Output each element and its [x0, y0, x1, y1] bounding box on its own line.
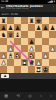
black-pawn-icon: ♟ [3, 74, 6, 79]
square-d2[interactable]: ♜ [21, 59, 28, 66]
square-h3[interactable] [49, 52, 56, 59]
square-g3[interactable]: ♟ [42, 52, 49, 59]
square-b1[interactable] [7, 66, 14, 73]
square-h6[interactable] [49, 31, 56, 38]
white-queen-piece[interactable]: ♛ [28, 59, 35, 66]
square-h1[interactable] [49, 66, 56, 73]
square-d5[interactable] [21, 38, 28, 45]
square-a4[interactable] [0, 45, 7, 52]
white-pawn-piece[interactable]: ♟ [35, 59, 42, 66]
square-f4[interactable] [35, 45, 42, 52]
square-a2[interactable]: ♟ [0, 59, 7, 66]
square-a5[interactable] [0, 38, 7, 45]
square-b6[interactable]: ♛ [7, 31, 14, 38]
app-bar: ← Intermediate puzzles Find the best mov… [0, 4, 56, 12]
white-king-piece[interactable]: ♚ [42, 66, 49, 73]
square-d8[interactable] [21, 17, 28, 24]
white-pawn-piece[interactable]: ♟ [42, 52, 49, 59]
square-c6[interactable]: ♝ [14, 31, 21, 38]
black-pawn-piece[interactable]: ♟ [7, 24, 14, 31]
square-g5[interactable] [42, 38, 49, 45]
white-bishop-piece[interactable]: ♝ [7, 52, 14, 59]
black-pawn-piece[interactable]: ♟ [0, 24, 7, 31]
square-d1[interactable] [21, 66, 28, 73]
square-g7[interactable]: ♟ [42, 24, 49, 31]
white-pawn-piece[interactable]: ♟ [0, 52, 7, 59]
square-h7[interactable]: ♟ [49, 24, 56, 31]
black-king-piece[interactable]: ♚ [35, 17, 42, 24]
square-a3[interactable]: ♟ [0, 52, 7, 59]
square-c3[interactable]: ♞ [14, 52, 21, 59]
white-pawn-piece[interactable]: ♟ [7, 45, 14, 52]
square-c7[interactable]: ♟ [14, 24, 21, 31]
square-d7[interactable] [21, 24, 28, 31]
square-f8[interactable]: ♚ [35, 17, 42, 24]
score-label: Score: 31/98 [2, 13, 18, 16]
square-b4[interactable]: ♟ [7, 45, 14, 52]
square-e1[interactable] [28, 66, 35, 73]
square-b7[interactable]: ♟ [7, 24, 14, 31]
square-f2[interactable]: ♟ [35, 59, 42, 66]
square-g8[interactable] [42, 17, 49, 24]
white-rook-piece[interactable]: ♜ [21, 59, 28, 66]
black-pawn-piece[interactable]: ♟ [28, 38, 35, 45]
square-b3[interactable]: ♝ [7, 52, 14, 59]
white-knight-piece[interactable]: ♞ [14, 52, 21, 59]
white-pawn-piece[interactable]: ♟ [49, 45, 56, 52]
black-pawn-piece[interactable]: ♟ [35, 24, 42, 31]
white-pawn-piece[interactable]: ♟ [0, 59, 7, 66]
white-pawn-piece[interactable]: ♟ [28, 45, 35, 52]
square-c1[interactable] [14, 66, 21, 73]
square-c5[interactable] [14, 38, 21, 45]
square-b8[interactable] [7, 17, 14, 24]
square-a6[interactable]: ♞ [0, 31, 7, 38]
square-e5[interactable]: ♟ [28, 38, 35, 45]
square-h4[interactable]: ♟ [49, 45, 56, 52]
phone-screen: 10:38 ▂▄▆ ▮ ← Intermediate puzzles Find … [0, 0, 56, 100]
square-c4[interactable] [14, 45, 21, 52]
square-g1[interactable]: ♚ [42, 66, 49, 73]
black-rook-piece[interactable]: ♜ [28, 17, 35, 24]
square-e2[interactable]: ♛ [28, 59, 35, 66]
square-c8[interactable] [14, 17, 21, 24]
side-to-move-chip: ♟ [1, 74, 9, 79]
black-pawn-piece[interactable]: ♟ [14, 24, 21, 31]
black-pawn-piece[interactable]: ♟ [49, 24, 56, 31]
retry-icon[interactable]: ⟲ [16, 92, 19, 100]
square-d3[interactable] [21, 52, 28, 59]
empty-area [0, 79, 56, 92]
square-f6[interactable] [35, 31, 42, 38]
square-b2[interactable] [7, 59, 14, 66]
square-g6[interactable] [42, 31, 49, 38]
square-f1[interactable]: ♜ [35, 66, 42, 73]
kebab-menu-icon[interactable]: ⋮ [52, 6, 55, 10]
square-e6[interactable] [28, 31, 35, 38]
square-g4[interactable] [42, 45, 49, 52]
black-rook-piece[interactable]: ♜ [0, 17, 7, 24]
square-h8[interactable] [49, 17, 56, 24]
square-d4[interactable] [21, 45, 28, 52]
black-knight-piece[interactable]: ♞ [0, 31, 7, 38]
square-c2[interactable] [14, 59, 21, 66]
square-h2[interactable] [49, 59, 56, 66]
square-a7[interactable]: ♟ [0, 24, 7, 31]
square-h5[interactable] [49, 38, 56, 45]
square-b5[interactable] [7, 38, 14, 45]
black-pawn-piece[interactable]: ♟ [42, 24, 49, 31]
square-a8[interactable]: ♜ [0, 17, 7, 24]
analysis-board-icon[interactable]: ▦ [4, 92, 8, 100]
chess-board[interactable]: ♜♜♚♟♟♟♟♟♟♞♛♝♟♟♟♟♟♝♞♞♟♟♜♛♟♜♚ [0, 17, 56, 73]
black-bishop-piece[interactable]: ♝ [14, 31, 21, 38]
square-e7[interactable] [28, 24, 35, 31]
square-e8[interactable]: ♜ [28, 17, 35, 24]
square-e4[interactable]: ♟ [28, 45, 35, 52]
square-g2[interactable] [42, 59, 49, 66]
square-e3[interactable]: ♞ [28, 52, 35, 59]
black-queen-piece[interactable]: ♛ [7, 31, 14, 38]
white-knight-piece[interactable]: ♞ [28, 52, 35, 59]
white-rook-piece[interactable]: ♜ [35, 66, 42, 73]
prev-icon[interactable]: ‹ [40, 92, 42, 100]
square-d6[interactable] [21, 31, 28, 38]
hint-icon[interactable]: ◎ [28, 92, 32, 100]
square-f5[interactable] [35, 38, 42, 45]
page-subtitle: Find the best move [6, 8, 52, 11]
next-icon[interactable]: › [50, 92, 52, 100]
square-f7[interactable]: ♟ [35, 24, 42, 31]
bottom-toolbar: ▦⟲◎‹› [0, 92, 56, 100]
square-f3[interactable] [35, 52, 42, 59]
square-a1[interactable] [0, 66, 7, 73]
